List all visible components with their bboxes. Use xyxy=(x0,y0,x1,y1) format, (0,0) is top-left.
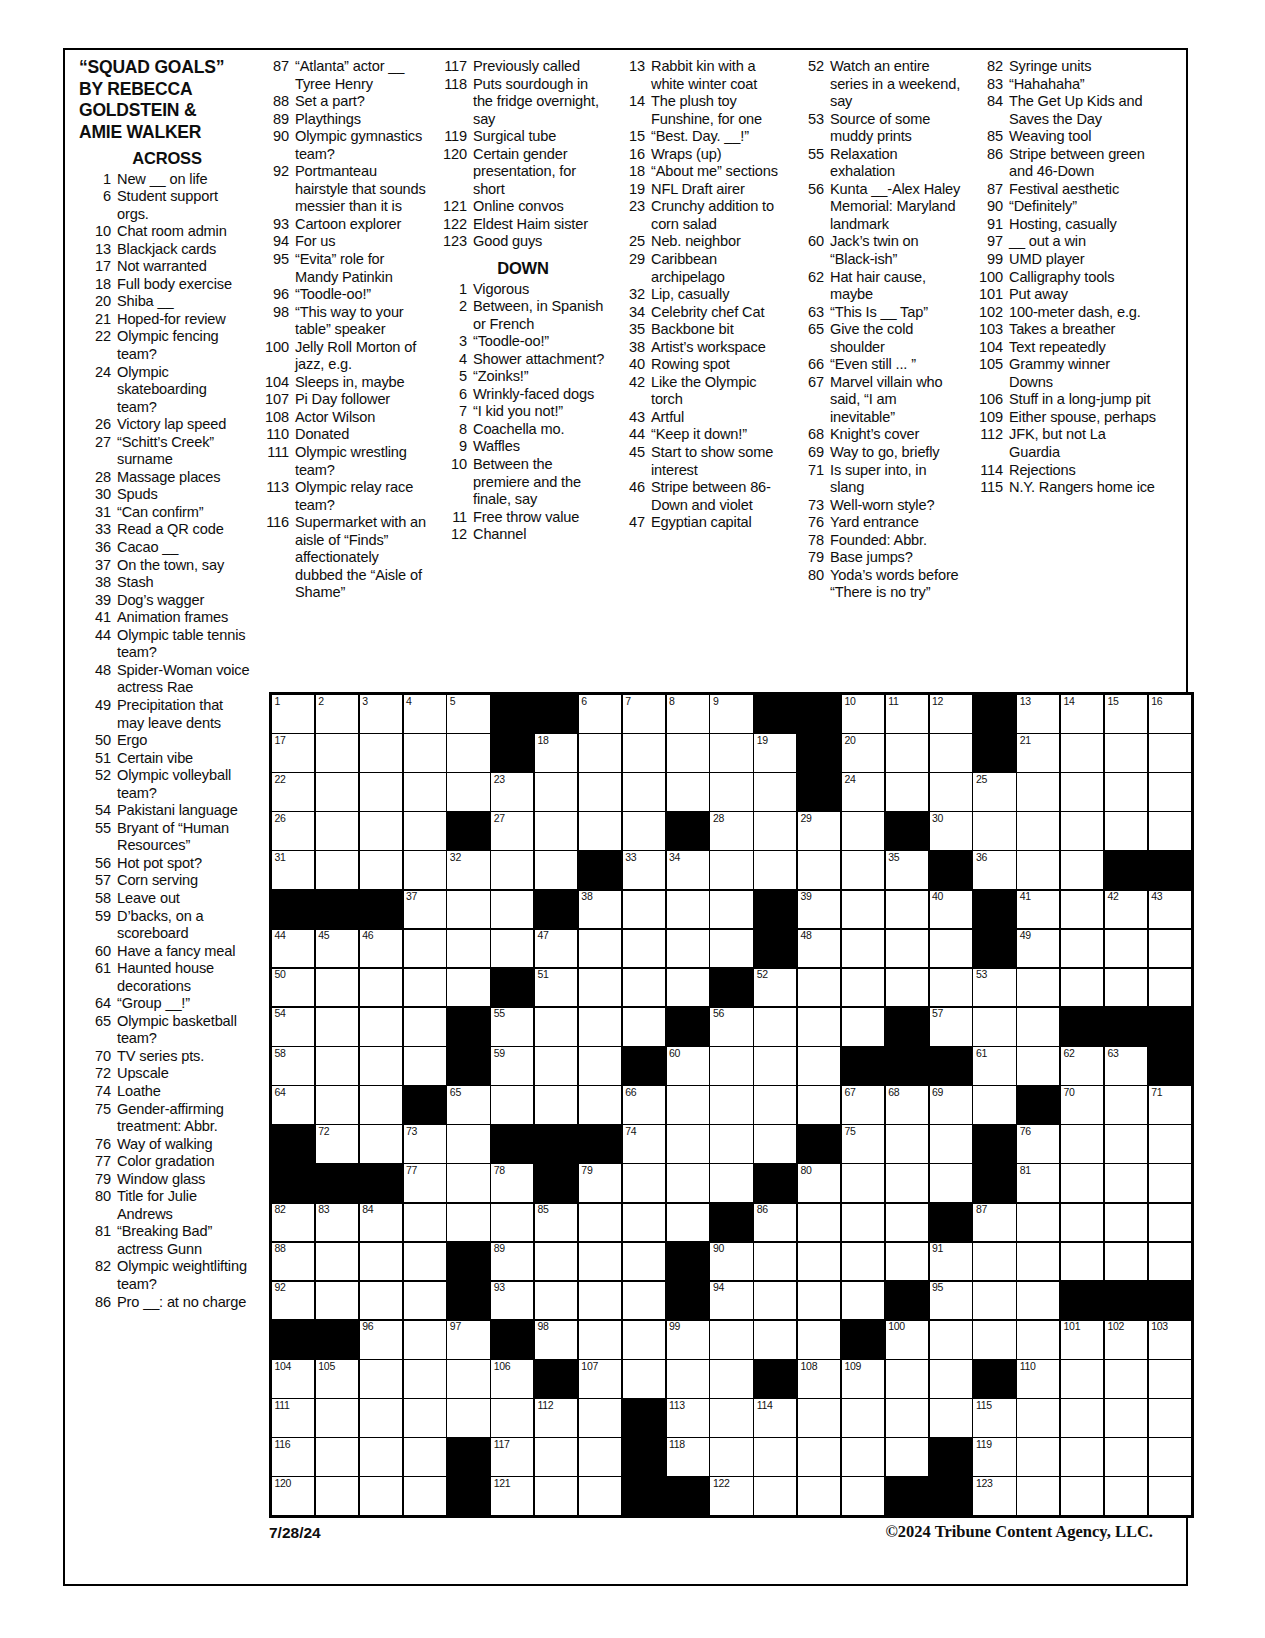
grid-cell[interactable] xyxy=(667,1164,709,1202)
grid-cell[interactable]: 74 xyxy=(623,1125,665,1163)
grid-cell[interactable] xyxy=(360,969,402,1007)
grid-cell[interactable] xyxy=(316,851,358,889)
grid-cell[interactable] xyxy=(754,1008,796,1046)
grid-cell[interactable]: 113 xyxy=(667,1399,709,1437)
grid-cell[interactable] xyxy=(754,1321,796,1359)
grid-cell[interactable] xyxy=(316,1008,358,1046)
grid-cell[interactable] xyxy=(798,1243,840,1281)
grid-cell[interactable]: 101 xyxy=(1061,1321,1103,1359)
grid-cell[interactable] xyxy=(754,1125,796,1163)
grid-cell[interactable]: 107 xyxy=(579,1360,621,1398)
grid-cell[interactable]: 45 xyxy=(316,930,358,968)
grid-cell[interactable]: 36 xyxy=(973,851,1015,889)
grid-cell[interactable] xyxy=(886,930,928,968)
grid-cell[interactable]: 33 xyxy=(623,851,665,889)
grid-cell[interactable] xyxy=(360,1477,402,1515)
grid-cell[interactable] xyxy=(491,1086,533,1124)
grid-cell[interactable] xyxy=(579,812,621,850)
grid-cell[interactable] xyxy=(798,1047,840,1085)
grid-cell[interactable] xyxy=(316,734,358,772)
grid-cell[interactable] xyxy=(710,773,752,811)
grid-cell[interactable]: 85 xyxy=(535,1204,577,1242)
grid-cell[interactable] xyxy=(1017,851,1059,889)
grid-cell[interactable] xyxy=(1061,734,1103,772)
grid-cell[interactable]: 98 xyxy=(535,1321,577,1359)
grid-cell[interactable]: 14 xyxy=(1061,695,1103,733)
grid-cell[interactable] xyxy=(623,734,665,772)
grid-cell[interactable] xyxy=(360,1438,402,1476)
grid-cell[interactable]: 70 xyxy=(1061,1086,1103,1124)
grid-cell[interactable] xyxy=(667,1086,709,1124)
grid-cell[interactable]: 47 xyxy=(535,930,577,968)
grid-cell[interactable] xyxy=(579,969,621,1007)
grid-cell[interactable] xyxy=(535,851,577,889)
grid-cell[interactable] xyxy=(404,1282,446,1320)
grid-cell[interactable] xyxy=(316,1438,358,1476)
grid-cell[interactable]: 21 xyxy=(1017,734,1059,772)
grid-cell[interactable] xyxy=(754,1438,796,1476)
grid-cell[interactable] xyxy=(667,891,709,929)
grid-cell[interactable] xyxy=(886,1125,928,1163)
grid-cell[interactable]: 79 xyxy=(579,1164,621,1202)
grid-cell[interactable] xyxy=(1149,1477,1191,1515)
grid-cell[interactable] xyxy=(579,734,621,772)
grid-cell[interactable] xyxy=(973,1008,1015,1046)
grid-cell[interactable]: 19 xyxy=(754,734,796,772)
grid-cell[interactable] xyxy=(316,773,358,811)
grid-cell[interactable] xyxy=(798,1438,840,1476)
grid-cell[interactable] xyxy=(535,812,577,850)
grid-cell[interactable] xyxy=(930,734,972,772)
grid-cell[interactable]: 62 xyxy=(1061,1047,1103,1085)
grid-cell[interactable] xyxy=(579,930,621,968)
grid-cell[interactable]: 7 xyxy=(623,695,665,733)
grid-cell[interactable] xyxy=(1149,1399,1191,1437)
grid-cell[interactable] xyxy=(1105,1164,1147,1202)
grid-cell[interactable] xyxy=(447,891,489,929)
grid-cell[interactable]: 31 xyxy=(272,851,314,889)
grid-cell[interactable]: 23 xyxy=(491,773,533,811)
grid-cell[interactable]: 86 xyxy=(754,1204,796,1242)
grid-cell[interactable]: 96 xyxy=(360,1321,402,1359)
grid-cell[interactable]: 89 xyxy=(491,1243,533,1281)
grid-cell[interactable] xyxy=(623,1008,665,1046)
grid-cell[interactable]: 29 xyxy=(798,812,840,850)
grid-cell[interactable]: 2 xyxy=(316,695,358,733)
grid-cell[interactable] xyxy=(360,1282,402,1320)
grid-cell[interactable] xyxy=(404,1047,446,1085)
grid-cell[interactable]: 59 xyxy=(491,1047,533,1085)
grid-cell[interactable] xyxy=(579,1282,621,1320)
grid-cell[interactable]: 15 xyxy=(1105,695,1147,733)
grid-cell[interactable]: 44 xyxy=(272,930,314,968)
grid-cell[interactable] xyxy=(1061,812,1103,850)
grid-cell[interactable] xyxy=(535,1243,577,1281)
grid-cell[interactable] xyxy=(798,1282,840,1320)
grid-cell[interactable] xyxy=(1105,969,1147,1007)
grid-cell[interactable] xyxy=(667,1125,709,1163)
grid-cell[interactable]: 55 xyxy=(491,1008,533,1046)
grid-cell[interactable] xyxy=(316,1399,358,1437)
grid-cell[interactable]: 32 xyxy=(447,851,489,889)
grid-cell[interactable]: 28 xyxy=(710,812,752,850)
grid-cell[interactable]: 108 xyxy=(798,1360,840,1398)
grid-cell[interactable] xyxy=(1149,773,1191,811)
grid-cell[interactable]: 11 xyxy=(886,695,928,733)
grid-cell[interactable] xyxy=(1105,1438,1147,1476)
grid-cell[interactable] xyxy=(710,1438,752,1476)
grid-cell[interactable]: 64 xyxy=(272,1086,314,1124)
grid-cell[interactable] xyxy=(798,1008,840,1046)
grid-cell[interactable]: 73 xyxy=(404,1125,446,1163)
grid-cell[interactable] xyxy=(491,891,533,929)
grid-cell[interactable] xyxy=(447,1164,489,1202)
grid-cell[interactable]: 105 xyxy=(316,1360,358,1398)
grid-cell[interactable] xyxy=(404,930,446,968)
grid-cell[interactable] xyxy=(1061,773,1103,811)
grid-cell[interactable] xyxy=(360,1399,402,1437)
grid-cell[interactable]: 1 xyxy=(272,695,314,733)
grid-cell[interactable]: 9 xyxy=(710,695,752,733)
grid-cell[interactable] xyxy=(930,1125,972,1163)
grid-cell[interactable]: 111 xyxy=(272,1399,314,1437)
grid-cell[interactable]: 17 xyxy=(272,734,314,772)
grid-cell[interactable]: 115 xyxy=(973,1399,1015,1437)
grid-cell[interactable] xyxy=(886,734,928,772)
grid-cell[interactable] xyxy=(710,891,752,929)
grid-cell[interactable]: 52 xyxy=(754,969,796,1007)
grid-cell[interactable]: 48 xyxy=(798,930,840,968)
grid-cell[interactable] xyxy=(710,1321,752,1359)
grid-cell[interactable] xyxy=(754,1086,796,1124)
grid-cell[interactable] xyxy=(930,1399,972,1437)
grid-cell[interactable] xyxy=(1105,812,1147,850)
grid-cell[interactable]: 26 xyxy=(272,812,314,850)
grid-cell[interactable] xyxy=(579,1243,621,1281)
grid-cell[interactable] xyxy=(447,734,489,772)
grid-cell[interactable]: 80 xyxy=(798,1164,840,1202)
grid-cell[interactable]: 106 xyxy=(491,1360,533,1398)
grid-cell[interactable] xyxy=(1105,930,1147,968)
grid-cell[interactable] xyxy=(579,1477,621,1515)
grid-cell[interactable] xyxy=(798,1399,840,1437)
grid-cell[interactable]: 35 xyxy=(886,851,928,889)
grid-cell[interactable] xyxy=(491,851,533,889)
grid-cell[interactable]: 6 xyxy=(579,695,621,733)
grid-cell[interactable] xyxy=(535,1438,577,1476)
grid-cell[interactable]: 112 xyxy=(535,1399,577,1437)
grid-cell[interactable] xyxy=(360,1008,402,1046)
grid-cell[interactable]: 53 xyxy=(973,969,1015,1007)
grid-cell[interactable] xyxy=(710,1360,752,1398)
grid-cell[interactable] xyxy=(360,734,402,772)
grid-cell[interactable]: 97 xyxy=(447,1321,489,1359)
grid-cell[interactable] xyxy=(754,1243,796,1281)
grid-cell[interactable] xyxy=(623,969,665,1007)
grid-cell[interactable] xyxy=(623,773,665,811)
grid-cell[interactable] xyxy=(1149,969,1191,1007)
grid-cell[interactable] xyxy=(710,930,752,968)
grid-cell[interactable] xyxy=(404,1399,446,1437)
grid-cell[interactable]: 102 xyxy=(1105,1321,1147,1359)
grid-cell[interactable]: 81 xyxy=(1017,1164,1059,1202)
grid-cell[interactable]: 42 xyxy=(1105,891,1147,929)
grid-cell[interactable] xyxy=(1149,1360,1191,1398)
grid-cell[interactable] xyxy=(1061,1164,1103,1202)
grid-cell[interactable] xyxy=(579,773,621,811)
grid-cell[interactable] xyxy=(316,812,358,850)
grid-cell[interactable]: 78 xyxy=(491,1164,533,1202)
grid-cell[interactable] xyxy=(404,812,446,850)
grid-cell[interactable] xyxy=(491,1204,533,1242)
grid-cell[interactable] xyxy=(579,1438,621,1476)
grid-cell[interactable] xyxy=(404,1438,446,1476)
grid-cell[interactable] xyxy=(842,1477,884,1515)
grid-cell[interactable] xyxy=(623,1282,665,1320)
grid-cell[interactable]: 88 xyxy=(272,1243,314,1281)
grid-cell[interactable]: 95 xyxy=(930,1282,972,1320)
grid-cell[interactable] xyxy=(754,1477,796,1515)
grid-cell[interactable] xyxy=(1105,1477,1147,1515)
grid-cell[interactable]: 104 xyxy=(272,1360,314,1398)
grid-cell[interactable] xyxy=(973,1282,1015,1320)
grid-cell[interactable] xyxy=(754,851,796,889)
grid-cell[interactable] xyxy=(623,1243,665,1281)
grid-cell[interactable] xyxy=(710,734,752,772)
grid-cell[interactable] xyxy=(754,812,796,850)
grid-cell[interactable] xyxy=(316,1243,358,1281)
grid-cell[interactable] xyxy=(1061,930,1103,968)
grid-cell[interactable] xyxy=(404,1204,446,1242)
grid-cell[interactable] xyxy=(1105,1086,1147,1124)
grid-cell[interactable]: 49 xyxy=(1017,930,1059,968)
grid-cell[interactable]: 114 xyxy=(754,1399,796,1437)
grid-cell[interactable]: 58 xyxy=(272,1047,314,1085)
grid-cell[interactable] xyxy=(1149,1243,1191,1281)
grid-cell[interactable] xyxy=(1061,1399,1103,1437)
grid-cell[interactable]: 120 xyxy=(272,1477,314,1515)
grid-cell[interactable] xyxy=(1105,1243,1147,1281)
grid-cell[interactable] xyxy=(404,1321,446,1359)
grid-cell[interactable] xyxy=(1061,1477,1103,1515)
grid-cell[interactable] xyxy=(404,969,446,1007)
grid-cell[interactable] xyxy=(798,1477,840,1515)
grid-cell[interactable] xyxy=(886,1204,928,1242)
grid-cell[interactable]: 122 xyxy=(710,1477,752,1515)
grid-cell[interactable] xyxy=(623,812,665,850)
grid-cell[interactable] xyxy=(930,1321,972,1359)
grid-cell[interactable] xyxy=(579,1204,621,1242)
grid-cell[interactable]: 43 xyxy=(1149,891,1191,929)
grid-cell[interactable] xyxy=(710,851,752,889)
grid-cell[interactable] xyxy=(316,1047,358,1085)
grid-cell[interactable]: 117 xyxy=(491,1438,533,1476)
grid-cell[interactable] xyxy=(316,969,358,1007)
grid-cell[interactable]: 5 xyxy=(447,695,489,733)
grid-cell[interactable] xyxy=(360,1086,402,1124)
grid-cell[interactable]: 24 xyxy=(842,773,884,811)
grid-cell[interactable] xyxy=(1017,812,1059,850)
grid-cell[interactable] xyxy=(667,930,709,968)
grid-cell[interactable]: 61 xyxy=(973,1047,1015,1085)
grid-cell[interactable]: 116 xyxy=(272,1438,314,1476)
grid-cell[interactable]: 13 xyxy=(1017,695,1059,733)
grid-cell[interactable] xyxy=(710,1047,752,1085)
grid-cell[interactable] xyxy=(360,1243,402,1281)
grid-cell[interactable] xyxy=(842,1164,884,1202)
grid-cell[interactable] xyxy=(535,1477,577,1515)
grid-cell[interactable] xyxy=(404,1360,446,1398)
grid-cell[interactable] xyxy=(404,1477,446,1515)
grid-cell[interactable] xyxy=(886,1360,928,1398)
grid-cell[interactable] xyxy=(535,773,577,811)
grid-cell[interactable] xyxy=(1061,1243,1103,1281)
grid-cell[interactable]: 69 xyxy=(930,1086,972,1124)
grid-cell[interactable]: 37 xyxy=(404,891,446,929)
grid-cell[interactable] xyxy=(842,1399,884,1437)
grid-cell[interactable] xyxy=(1105,1125,1147,1163)
grid-cell[interactable] xyxy=(491,1399,533,1437)
grid-cell[interactable] xyxy=(710,1164,752,1202)
grid-cell[interactable] xyxy=(930,773,972,811)
grid-cell[interactable] xyxy=(316,1086,358,1124)
grid-cell[interactable] xyxy=(447,969,489,1007)
grid-cell[interactable] xyxy=(886,773,928,811)
grid-cell[interactable]: 91 xyxy=(930,1243,972,1281)
grid-cell[interactable] xyxy=(1149,1125,1191,1163)
grid-cell[interactable] xyxy=(1105,773,1147,811)
grid-cell[interactable] xyxy=(1105,734,1147,772)
grid-cell[interactable] xyxy=(973,812,1015,850)
grid-cell[interactable] xyxy=(1105,1204,1147,1242)
grid-cell[interactable] xyxy=(1061,1438,1103,1476)
grid-cell[interactable]: 110 xyxy=(1017,1360,1059,1398)
grid-cell[interactable] xyxy=(447,930,489,968)
grid-cell[interactable] xyxy=(886,891,928,929)
grid-cell[interactable] xyxy=(316,1282,358,1320)
grid-cell[interactable] xyxy=(360,773,402,811)
grid-cell[interactable] xyxy=(535,1008,577,1046)
grid-cell[interactable] xyxy=(1061,1360,1103,1398)
grid-cell[interactable] xyxy=(1149,812,1191,850)
grid-cell[interactable]: 67 xyxy=(842,1086,884,1124)
grid-cell[interactable]: 65 xyxy=(447,1086,489,1124)
grid-cell[interactable]: 34 xyxy=(667,851,709,889)
grid-cell[interactable] xyxy=(623,891,665,929)
grid-cell[interactable] xyxy=(886,1399,928,1437)
grid-cell[interactable]: 10 xyxy=(842,695,884,733)
grid-cell[interactable] xyxy=(360,1047,402,1085)
grid-cell[interactable] xyxy=(1061,969,1103,1007)
grid-cell[interactable] xyxy=(1149,930,1191,968)
grid-cell[interactable] xyxy=(886,969,928,1007)
grid-cell[interactable] xyxy=(842,891,884,929)
grid-cell[interactable]: 60 xyxy=(667,1047,709,1085)
grid-cell[interactable]: 18 xyxy=(535,734,577,772)
grid-cell[interactable] xyxy=(623,1321,665,1359)
grid-cell[interactable] xyxy=(842,969,884,1007)
grid-cell[interactable] xyxy=(1017,1282,1059,1320)
grid-cell[interactable]: 93 xyxy=(491,1282,533,1320)
grid-cell[interactable]: 27 xyxy=(491,812,533,850)
grid-cell[interactable] xyxy=(842,1243,884,1281)
grid-cell[interactable] xyxy=(667,969,709,1007)
grid-cell[interactable]: 57 xyxy=(930,1008,972,1046)
grid-cell[interactable] xyxy=(447,1125,489,1163)
grid-cell[interactable] xyxy=(842,1008,884,1046)
grid-cell[interactable] xyxy=(667,734,709,772)
grid-cell[interactable]: 119 xyxy=(973,1438,1015,1476)
grid-cell[interactable]: 87 xyxy=(973,1204,1015,1242)
grid-cell[interactable] xyxy=(798,1086,840,1124)
grid-cell[interactable] xyxy=(360,1125,402,1163)
grid-cell[interactable] xyxy=(930,930,972,968)
grid-cell[interactable] xyxy=(1149,1438,1191,1476)
grid-cell[interactable]: 103 xyxy=(1149,1321,1191,1359)
grid-cell[interactable] xyxy=(973,1321,1015,1359)
grid-cell[interactable]: 83 xyxy=(316,1204,358,1242)
grid-cell[interactable]: 46 xyxy=(360,930,402,968)
grid-cell[interactable] xyxy=(1017,1399,1059,1437)
grid-cell[interactable] xyxy=(1149,734,1191,772)
grid-cell[interactable] xyxy=(930,1164,972,1202)
grid-cell[interactable] xyxy=(360,851,402,889)
grid-cell[interactable] xyxy=(886,1243,928,1281)
grid-cell[interactable] xyxy=(842,812,884,850)
grid-cell[interactable] xyxy=(491,930,533,968)
grid-cell[interactable] xyxy=(447,1360,489,1398)
grid-cell[interactable] xyxy=(579,1321,621,1359)
grid-cell[interactable] xyxy=(404,1008,446,1046)
grid-cell[interactable] xyxy=(360,1360,402,1398)
grid-cell[interactable] xyxy=(447,1399,489,1437)
grid-cell[interactable] xyxy=(535,1047,577,1085)
grid-cell[interactable] xyxy=(623,930,665,968)
grid-cell[interactable]: 38 xyxy=(579,891,621,929)
grid-cell[interactable] xyxy=(798,1321,840,1359)
grid-cell[interactable] xyxy=(404,851,446,889)
grid-cell[interactable] xyxy=(1017,969,1059,1007)
grid-cell[interactable]: 56 xyxy=(710,1008,752,1046)
grid-cell[interactable] xyxy=(1149,1164,1191,1202)
grid-cell[interactable] xyxy=(1017,1047,1059,1085)
grid-cell[interactable] xyxy=(1061,1204,1103,1242)
grid-cell[interactable] xyxy=(1061,891,1103,929)
grid-cell[interactable] xyxy=(667,1360,709,1398)
grid-cell[interactable] xyxy=(535,1086,577,1124)
grid-cell[interactable] xyxy=(1017,1477,1059,1515)
grid-cell[interactable] xyxy=(1017,1204,1059,1242)
grid-cell[interactable]: 99 xyxy=(667,1321,709,1359)
grid-cell[interactable]: 90 xyxy=(710,1243,752,1281)
grid-cell[interactable]: 30 xyxy=(930,812,972,850)
grid-cell[interactable] xyxy=(842,930,884,968)
grid-cell[interactable] xyxy=(1061,851,1103,889)
grid-cell[interactable] xyxy=(623,1360,665,1398)
grid-cell[interactable]: 72 xyxy=(316,1125,358,1163)
grid-cell[interactable] xyxy=(1017,1243,1059,1281)
grid-cell[interactable] xyxy=(798,969,840,1007)
grid-cell[interactable]: 63 xyxy=(1105,1047,1147,1085)
grid-cell[interactable]: 100 xyxy=(886,1321,928,1359)
grid-cell[interactable]: 41 xyxy=(1017,891,1059,929)
grid-cell[interactable]: 84 xyxy=(360,1204,402,1242)
grid-cell[interactable]: 123 xyxy=(973,1477,1015,1515)
grid-cell[interactable] xyxy=(930,1360,972,1398)
grid-cell[interactable] xyxy=(360,812,402,850)
grid-cell[interactable] xyxy=(1017,1438,1059,1476)
grid-cell[interactable]: 12 xyxy=(930,695,972,733)
